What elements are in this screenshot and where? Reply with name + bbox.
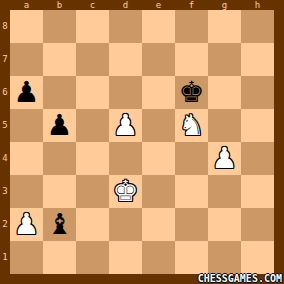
square-g8	[208, 10, 241, 43]
square-b7	[43, 43, 76, 76]
square-d7	[109, 43, 142, 76]
square-b1	[43, 241, 76, 274]
file-labels: abcdefgh	[10, 0, 274, 10]
black-pawn: ♟	[10, 76, 43, 109]
square-a6: ♟	[10, 76, 43, 109]
square-g1	[208, 241, 241, 274]
rank-label-3: 3	[0, 175, 10, 208]
square-e8	[142, 10, 175, 43]
square-g2	[208, 208, 241, 241]
square-c6	[76, 76, 109, 109]
square-e4	[142, 142, 175, 175]
rank-label-8: 8	[0, 10, 10, 43]
square-d3: ♚	[109, 175, 142, 208]
square-a2: ♟	[10, 208, 43, 241]
square-f2	[175, 208, 208, 241]
square-h5	[241, 109, 274, 142]
rank-label-5: 5	[0, 109, 10, 142]
square-g5	[208, 109, 241, 142]
square-d2	[109, 208, 142, 241]
square-c8	[76, 10, 109, 43]
square-c5	[76, 109, 109, 142]
square-a7	[10, 43, 43, 76]
black-bishop: ♝	[43, 208, 76, 241]
square-g4: ♟	[208, 142, 241, 175]
square-h3	[241, 175, 274, 208]
black-pawn: ♟	[43, 109, 76, 142]
square-f7	[175, 43, 208, 76]
square-g6	[208, 76, 241, 109]
square-c3	[76, 175, 109, 208]
white-pawn: ♟	[10, 208, 43, 241]
square-h2	[241, 208, 274, 241]
square-d4	[109, 142, 142, 175]
square-b2: ♝	[43, 208, 76, 241]
square-e2	[142, 208, 175, 241]
rank-label-7: 7	[0, 43, 10, 76]
square-a1	[10, 241, 43, 274]
square-e5	[142, 109, 175, 142]
square-b5: ♟	[43, 109, 76, 142]
white-knight: ♞	[175, 109, 208, 142]
square-c4	[76, 142, 109, 175]
rank-label-1: 1	[0, 241, 10, 274]
square-a5	[10, 109, 43, 142]
square-e7	[142, 43, 175, 76]
square-b4	[43, 142, 76, 175]
square-e6	[142, 76, 175, 109]
white-pawn: ♟	[109, 109, 142, 142]
square-b6	[43, 76, 76, 109]
square-h1	[241, 241, 274, 274]
square-g3	[208, 175, 241, 208]
square-c7	[76, 43, 109, 76]
square-f4	[175, 142, 208, 175]
rank-label-6: 6	[0, 76, 10, 109]
square-h8	[241, 10, 274, 43]
black-king: ♚	[175, 76, 208, 109]
white-king: ♚	[109, 175, 142, 208]
square-e1	[142, 241, 175, 274]
square-b3	[43, 175, 76, 208]
square-b8	[43, 10, 76, 43]
square-d6	[109, 76, 142, 109]
site-watermark: CHESSGAMES.COM	[198, 274, 282, 284]
rank-label-4: 4	[0, 142, 10, 175]
square-h7	[241, 43, 274, 76]
square-a4	[10, 142, 43, 175]
square-h6	[241, 76, 274, 109]
white-pawn: ♟	[208, 142, 241, 175]
square-g7	[208, 43, 241, 76]
square-a3	[10, 175, 43, 208]
chess-board: ♟♚♟♟♞♟♚♟♝	[10, 10, 274, 274]
square-f8	[175, 10, 208, 43]
square-f6: ♚	[175, 76, 208, 109]
square-f5: ♞	[175, 109, 208, 142]
square-f1	[175, 241, 208, 274]
rank-label-2: 2	[0, 208, 10, 241]
square-f3	[175, 175, 208, 208]
square-e3	[142, 175, 175, 208]
square-a8	[10, 10, 43, 43]
square-d5: ♟	[109, 109, 142, 142]
square-c1	[76, 241, 109, 274]
rank-labels: 87654321	[0, 10, 10, 274]
square-d8	[109, 10, 142, 43]
square-h4	[241, 142, 274, 175]
chess-diagram: abcdefgh 87654321 ♟♚♟♟♞♟♚♟♝ CHESSGAMES.C…	[0, 0, 284, 284]
square-c2	[76, 208, 109, 241]
square-d1	[109, 241, 142, 274]
